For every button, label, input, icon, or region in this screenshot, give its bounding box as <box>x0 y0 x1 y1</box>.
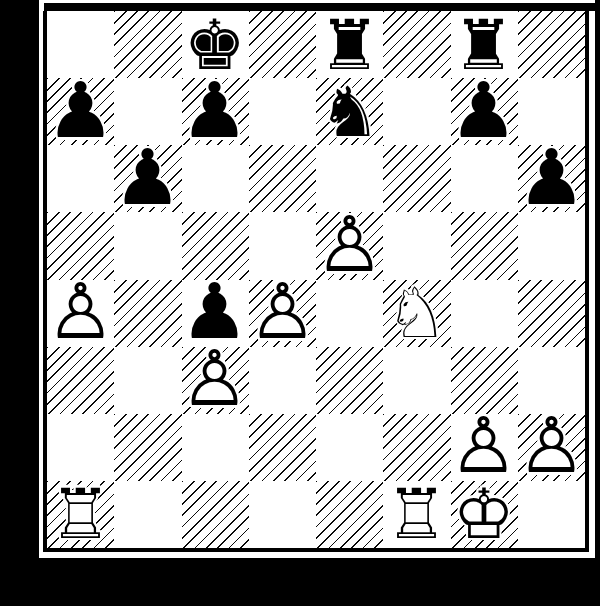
square-h8[interactable] <box>518 11 585 78</box>
piece-glyph: ♖ <box>50 480 112 549</box>
piece-glyph: ♙ <box>181 341 250 418</box>
chess-board: ♚♚♜♜♜♜♟♟♟♟♞♞♟♟♟♟♟♟♟♙♟♙♟♟♟♙♞♘♟♙♟♙♟♙♜♖♜♖♚♔ <box>43 11 589 552</box>
square-h2[interactable]: ♟♙ <box>518 414 585 481</box>
piece-glyph: ♟ <box>181 72 250 149</box>
square-b8[interactable] <box>114 11 181 78</box>
piece-glyph: ♔ <box>453 480 515 549</box>
square-b4[interactable] <box>114 280 181 347</box>
square-e3[interactable] <box>316 347 383 414</box>
square-f4[interactable]: ♞♘ <box>383 280 450 347</box>
square-a4[interactable]: ♟♙ <box>47 280 114 347</box>
square-h4[interactable] <box>518 280 585 347</box>
square-e4[interactable] <box>316 280 383 347</box>
white-pawn-e5[interactable]: ♟♙ <box>316 212 383 279</box>
square-a2[interactable] <box>47 414 114 481</box>
square-d6[interactable] <box>249 145 316 212</box>
square-h5[interactable] <box>518 212 585 279</box>
square-g6[interactable] <box>451 145 518 212</box>
black-pawn-c7[interactable]: ♟♟ <box>182 78 249 145</box>
square-a3[interactable] <box>47 347 114 414</box>
piece-glyph: ♟ <box>113 139 182 216</box>
square-d8[interactable] <box>249 11 316 78</box>
piece-glyph: ♙ <box>248 273 317 350</box>
chess-diagram: ♚♚♜♜♜♜♟♟♟♟♞♞♟♟♟♟♟♟♟♙♟♙♟♟♟♙♞♘♟♙♟♙♟♙♜♖♜♖♚♔ <box>0 0 600 606</box>
square-c2[interactable] <box>182 414 249 481</box>
square-g5[interactable] <box>451 212 518 279</box>
square-d1[interactable] <box>249 481 316 548</box>
square-f5[interactable] <box>383 212 450 279</box>
square-b6[interactable]: ♟♟ <box>114 145 181 212</box>
white-pawn-g2[interactable]: ♟♙ <box>451 414 518 481</box>
square-h1[interactable] <box>518 481 585 548</box>
black-pawn-b6[interactable]: ♟♟ <box>114 145 181 212</box>
square-b1[interactable] <box>114 481 181 548</box>
square-d2[interactable] <box>249 414 316 481</box>
black-pawn-a7[interactable]: ♟♟ <box>47 78 114 145</box>
piece-glyph: ♜ <box>319 10 381 79</box>
white-rook-a1[interactable]: ♜♖ <box>47 481 114 548</box>
square-a1[interactable]: ♜♖ <box>47 481 114 548</box>
square-f2[interactable] <box>383 414 450 481</box>
white-knight-f4[interactable]: ♞♘ <box>383 280 450 347</box>
white-pawn-d4[interactable]: ♟♙ <box>249 280 316 347</box>
square-g7[interactable]: ♟♟ <box>451 78 518 145</box>
square-c6[interactable] <box>182 145 249 212</box>
black-rook-e8[interactable]: ♜♜ <box>316 11 383 78</box>
square-f6[interactable] <box>383 145 450 212</box>
square-c7[interactable]: ♟♟ <box>182 78 249 145</box>
piece-glyph: ♞ <box>319 77 381 146</box>
square-c3[interactable]: ♟♙ <box>182 347 249 414</box>
piece-glyph: ♟ <box>46 72 115 149</box>
square-d3[interactable] <box>249 347 316 414</box>
square-h6[interactable]: ♟♟ <box>518 145 585 212</box>
white-pawn-a4[interactable]: ♟♙ <box>47 280 114 347</box>
square-e2[interactable] <box>316 414 383 481</box>
piece-glyph: ♘ <box>386 278 448 347</box>
white-pawn-h2[interactable]: ♟♙ <box>518 414 585 481</box>
square-f8[interactable] <box>383 11 450 78</box>
square-e5[interactable]: ♟♙ <box>316 212 383 279</box>
square-e8[interactable]: ♜♜ <box>316 11 383 78</box>
piece-glyph: ♙ <box>46 273 115 350</box>
square-d4[interactable]: ♟♙ <box>249 280 316 347</box>
square-e1[interactable] <box>316 481 383 548</box>
piece-glyph: ♙ <box>517 408 586 485</box>
piece-glyph: ♙ <box>315 206 384 283</box>
square-c1[interactable] <box>182 481 249 548</box>
square-g4[interactable] <box>451 280 518 347</box>
square-b2[interactable] <box>114 414 181 481</box>
white-rook-f1[interactable]: ♜♖ <box>383 481 450 548</box>
square-a7[interactable]: ♟♟ <box>47 78 114 145</box>
square-d7[interactable] <box>249 78 316 145</box>
square-a6[interactable] <box>47 145 114 212</box>
square-g2[interactable]: ♟♙ <box>451 414 518 481</box>
black-pawn-h6[interactable]: ♟♟ <box>518 145 585 212</box>
square-f3[interactable] <box>383 347 450 414</box>
piece-glyph: ♟ <box>450 72 519 149</box>
white-pawn-c3[interactable]: ♟♙ <box>182 347 249 414</box>
piece-glyph: ♟ <box>517 139 586 216</box>
square-f7[interactable] <box>383 78 450 145</box>
square-g1[interactable]: ♚♔ <box>451 481 518 548</box>
square-e7[interactable]: ♞♞ <box>316 78 383 145</box>
square-b3[interactable] <box>114 347 181 414</box>
square-f1[interactable]: ♜♖ <box>383 481 450 548</box>
piece-glyph: ♖ <box>386 480 448 549</box>
square-b5[interactable] <box>114 212 181 279</box>
black-pawn-g7[interactable]: ♟♟ <box>451 78 518 145</box>
white-king-g1[interactable]: ♚♔ <box>451 481 518 548</box>
black-knight-e7[interactable]: ♞♞ <box>316 78 383 145</box>
